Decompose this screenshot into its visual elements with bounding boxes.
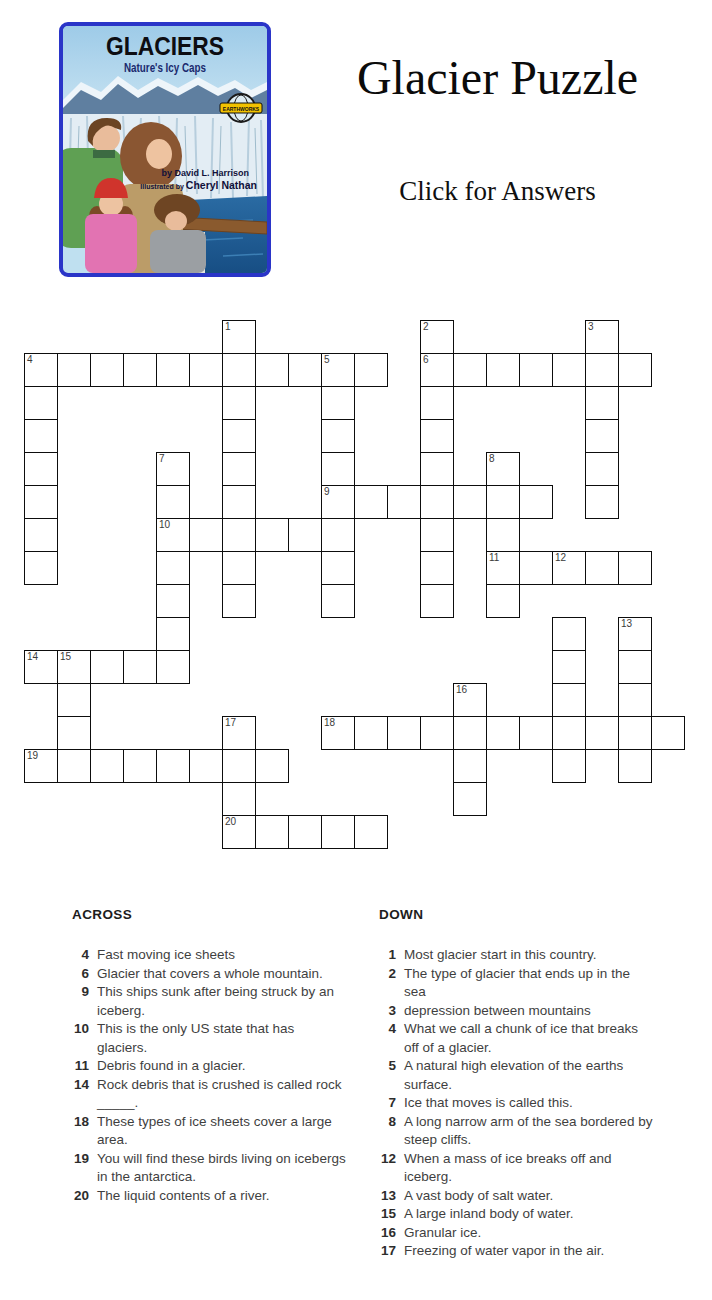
grid-cell-r1c2[interactable] <box>90 353 124 387</box>
clue-text: When a mass of ice breaks off and iceber… <box>404 1150 654 1187</box>
clue-text: A natural high elevation of the earths s… <box>404 1057 654 1094</box>
grid-cell-r1c4[interactable] <box>156 353 190 387</box>
grid-cell-r7c17[interactable] <box>585 551 619 585</box>
clue-text: What we call a chunk of ice that breaks … <box>404 1020 654 1057</box>
clue-text: Fast moving ice sheets <box>97 946 347 965</box>
grid-cell-r7c16[interactable]: 12 <box>552 551 586 585</box>
grid-cell-r6c5[interactable] <box>189 518 223 552</box>
cell-number-15: 15 <box>60 651 71 663</box>
grid-cell-r2c12[interactable] <box>420 386 454 420</box>
grid-cell-r5c15[interactable] <box>519 485 553 519</box>
grid-cell-r5c4[interactable] <box>156 485 190 519</box>
grid-cell-r12c19[interactable] <box>651 716 685 750</box>
grid-cell-r1c17[interactable] <box>585 353 619 387</box>
clue-number: 2 <box>368 965 396 984</box>
grid-cell-r13c18[interactable] <box>618 749 652 783</box>
grid-cell-r7c0[interactable] <box>24 551 58 585</box>
grid-cell-r11c1[interactable] <box>57 683 91 717</box>
cell-number-13: 13 <box>621 618 632 630</box>
clue-number: 12 <box>368 1150 396 1169</box>
grid-cell-r4c0[interactable] <box>24 452 58 486</box>
grid-cell-r4c4[interactable]: 7 <box>156 452 190 486</box>
grid-cell-r13c0[interactable]: 19 <box>24 749 58 783</box>
grid-cell-r1c13[interactable] <box>453 353 487 387</box>
grid-cell-r10c2[interactable] <box>90 650 124 684</box>
grid-cell-r7c4[interactable] <box>156 551 190 585</box>
across-clue-20: 20The liquid contents of a river. <box>61 1187 347 1206</box>
grid-cell-r1c8[interactable] <box>288 353 322 387</box>
down-clue-4: 4What we call a chunk of ice that breaks… <box>368 1020 654 1057</box>
grid-cell-r13c16[interactable] <box>552 749 586 783</box>
grid-cell-r10c18[interactable] <box>618 650 652 684</box>
grid-cell-r1c18[interactable] <box>618 353 652 387</box>
grid-cell-r5c13[interactable] <box>453 485 487 519</box>
grid-cell-r3c6[interactable] <box>222 419 256 453</box>
grid-cell-r11c18[interactable] <box>618 683 652 717</box>
grid-cell-r1c14[interactable] <box>486 353 520 387</box>
cell-number-11: 11 <box>489 552 499 564</box>
grid-cell-r11c16[interactable] <box>552 683 586 717</box>
clue-number: 17 <box>368 1242 396 1261</box>
grid-cell-r4c17[interactable] <box>585 452 619 486</box>
cell-number-2: 2 <box>423 321 429 333</box>
grid-cell-r6c14[interactable] <box>486 518 520 552</box>
clue-text: Ice that moves is called this. <box>404 1094 654 1113</box>
crossword-grid: 1234567891011121314151617181920 <box>24 320 685 849</box>
down-clue-12: 12When a mass of ice breaks off and iceb… <box>368 1150 654 1187</box>
grid-cell-r5c14[interactable] <box>486 485 520 519</box>
clue-text: A vast body of salt water. <box>404 1187 654 1206</box>
grid-cell-r5c0[interactable] <box>24 485 58 519</box>
clue-number: 8 <box>368 1113 396 1132</box>
grid-cell-r7c15[interactable] <box>519 551 553 585</box>
grid-cell-r6c6[interactable] <box>222 518 256 552</box>
down-heading: DOWN <box>379 907 654 923</box>
grid-cell-r2c9[interactable] <box>321 386 355 420</box>
across-clue-10: 10This is the only US state that has gla… <box>61 1020 347 1057</box>
across-clue-4: 4Fast moving ice sheets <box>61 946 347 965</box>
clue-text: A long narrow arm of the sea bordered by… <box>404 1113 654 1150</box>
grid-cell-r8c9[interactable] <box>321 584 355 618</box>
cell-number-20: 20 <box>225 816 236 828</box>
cover-subtitle: Nature's Icy Caps <box>124 61 206 75</box>
grid-cell-r12c12[interactable] <box>420 716 454 750</box>
grid-cell-r12c9[interactable]: 18 <box>321 716 355 750</box>
clue-text: Freezing of water vapor in the air. <box>404 1242 654 1261</box>
cover-author-credit: by David L. Harrison <box>161 168 249 178</box>
grid-cell-r8c14[interactable] <box>486 584 520 618</box>
grid-cell-r12c10[interactable] <box>354 716 388 750</box>
down-clue-3: 3depression between mountains <box>368 1002 654 1021</box>
grid-cell-r12c1[interactable] <box>57 716 91 750</box>
grid-cell-r5c12[interactable] <box>420 485 454 519</box>
grid-cell-r1c9[interactable]: 5 <box>321 353 355 387</box>
clue-number: 9 <box>61 983 89 1002</box>
clue-number: 4 <box>61 946 89 965</box>
grid-cell-r1c10[interactable] <box>354 353 388 387</box>
grid-cell-r1c1[interactable] <box>57 353 91 387</box>
grid-cell-r2c6[interactable] <box>222 386 256 420</box>
clue-number: 16 <box>368 1224 396 1243</box>
grid-cell-r12c14[interactable] <box>486 716 520 750</box>
grid-cell-r6c12[interactable] <box>420 518 454 552</box>
clue-text: Rock debris that is crushed is called ro… <box>97 1076 347 1113</box>
clue-text: Debris found in a glacier. <box>97 1057 347 1076</box>
down-clue-17: 17Freezing of water vapor in the air. <box>368 1242 654 1261</box>
clue-number: 4 <box>368 1020 396 1039</box>
grid-cell-r5c11[interactable] <box>387 485 421 519</box>
grid-cell-r13c2[interactable] <box>90 749 124 783</box>
grid-cell-r6c9[interactable] <box>321 518 355 552</box>
across-clue-6: 6Glacier that covers a whole mountain. <box>61 965 347 984</box>
grid-cell-r3c9[interactable] <box>321 419 355 453</box>
grid-cell-r0c12[interactable]: 2 <box>420 320 454 354</box>
down-clue-7: 7Ice that moves is called this. <box>368 1094 654 1113</box>
cell-number-1: 1 <box>225 321 231 333</box>
clue-number: 6 <box>61 965 89 984</box>
grid-cell-r7c12[interactable] <box>420 551 454 585</box>
down-clue-5: 5A natural high elevation of the earths … <box>368 1057 654 1094</box>
down-clue-15: 15A large inland body of water. <box>368 1205 654 1224</box>
grid-cell-r13c1[interactable] <box>57 749 91 783</box>
grid-cell-r3c0[interactable] <box>24 419 58 453</box>
grid-cell-r10c1[interactable]: 15 <box>57 650 91 684</box>
down-clue-8: 8A long narrow arm of the sea bordered b… <box>368 1113 654 1150</box>
grid-cell-r13c13[interactable] <box>453 749 487 783</box>
clue-number: 18 <box>61 1113 89 1132</box>
cell-number-8: 8 <box>489 453 495 465</box>
grid-cell-r5c10[interactable] <box>354 485 388 519</box>
clue-text: These types of ice sheets cover a large … <box>97 1113 347 1150</box>
grid-cell-r9c18[interactable]: 13 <box>618 617 652 651</box>
grid-cell-r1c15[interactable] <box>519 353 553 387</box>
cell-number-12: 12 <box>555 552 566 564</box>
grid-cell-r13c5[interactable] <box>189 749 223 783</box>
grid-cell-r0c17[interactable]: 3 <box>585 320 619 354</box>
cover-boy <box>150 194 206 273</box>
grid-cell-r6c8[interactable] <box>288 518 322 552</box>
grid-cell-r3c17[interactable] <box>585 419 619 453</box>
down-clue-2: 2The type of glacier that ends up in the… <box>368 965 654 1002</box>
grid-cell-r10c4[interactable] <box>156 650 190 684</box>
book-cover-art: EARTHWORKS GLACIERS Nature's Icy Caps by… <box>63 26 267 273</box>
grid-cell-r4c12[interactable] <box>420 452 454 486</box>
across-clue-19: 19You will find these birds living on ic… <box>61 1150 347 1187</box>
book-cover: EARTHWORKS GLACIERS Nature's Icy Caps by… <box>59 22 271 277</box>
grid-cell-r13c6[interactable] <box>222 749 256 783</box>
cell-number-18: 18 <box>324 717 335 729</box>
grid-cell-r15c7[interactable] <box>255 815 289 849</box>
down-clue-13: 13A vast body of salt water. <box>368 1187 654 1206</box>
cell-number-14: 14 <box>27 651 38 663</box>
clue-text: This ships sunk after being struck by an… <box>97 983 347 1020</box>
down-clue-16: 16Granular ice. <box>368 1224 654 1243</box>
grid-cell-r4c6[interactable] <box>222 452 256 486</box>
grid-cell-r0c6[interactable]: 1 <box>222 320 256 354</box>
clue-text: Glacier that covers a whole mountain. <box>97 965 347 984</box>
clue-text: Most glacier start in this country. <box>404 946 654 965</box>
grid-cell-r6c0[interactable] <box>24 518 58 552</box>
across-clue-14: 14Rock debris that is crushed is called … <box>61 1076 347 1113</box>
grid-cell-r14c6[interactable] <box>222 782 256 816</box>
down-clue-list: 1Most glacier start in this country.2The… <box>368 946 654 1261</box>
down-clue-1: 1Most glacier start in this country. <box>368 946 654 965</box>
clue-number: 20 <box>61 1187 89 1206</box>
grid-cell-r5c9[interactable]: 9 <box>321 485 355 519</box>
grid-cell-r4c14[interactable]: 8 <box>486 452 520 486</box>
grid-cell-r7c18[interactable] <box>618 551 652 585</box>
clue-text: A large inland body of water. <box>404 1205 654 1224</box>
grid-cell-r5c6[interactable] <box>222 485 256 519</box>
clue-number: 3 <box>368 1002 396 1021</box>
grid-cell-r12c18[interactable] <box>618 716 652 750</box>
grid-cell-r12c17[interactable] <box>585 716 619 750</box>
clue-number: 10 <box>61 1020 89 1039</box>
cell-number-10: 10 <box>159 519 170 531</box>
grid-cell-r7c6[interactable] <box>222 551 256 585</box>
clue-text: depression between mountains <box>404 1002 654 1021</box>
grid-cell-r5c17[interactable] <box>585 485 619 519</box>
grid-cell-r6c7[interactable] <box>255 518 289 552</box>
grid-cell-r2c17[interactable] <box>585 386 619 420</box>
cell-number-17: 17 <box>225 717 236 729</box>
across-clue-11: 11Debris found in a glacier. <box>61 1057 347 1076</box>
clue-text: The type of glacier that ends up in the … <box>404 965 654 1002</box>
grid-cell-r8c6[interactable] <box>222 584 256 618</box>
clue-number: 5 <box>368 1057 396 1076</box>
grid-cell-r1c0[interactable]: 4 <box>24 353 58 387</box>
badge-label: EARTHWORKS <box>223 106 260 112</box>
grid-cell-r13c3[interactable] <box>123 749 157 783</box>
clue-text: The liquid contents of a river. <box>97 1187 347 1206</box>
across-clue-9: 9This ships sunk after being struck by a… <box>61 983 347 1020</box>
grid-cell-r15c6[interactable]: 20 <box>222 815 256 849</box>
grid-cell-r12c11[interactable] <box>387 716 421 750</box>
grid-cell-r8c12[interactable] <box>420 584 454 618</box>
page-title: Glacier Puzzle <box>280 50 712 106</box>
grid-cell-r4c9[interactable] <box>321 452 355 486</box>
clue-number: 19 <box>61 1150 89 1169</box>
cover-title: GLACIERS <box>106 31 224 61</box>
clue-number: 7 <box>368 1094 396 1113</box>
grid-cell-r11c13[interactable]: 16 <box>453 683 487 717</box>
grid-cell-r15c10[interactable] <box>354 815 388 849</box>
cell-number-19: 19 <box>27 750 38 762</box>
grid-cell-r3c12[interactable] <box>420 419 454 453</box>
cell-number-3: 3 <box>588 321 594 333</box>
clue-text: Granular ice. <box>404 1224 654 1243</box>
clue-number: 15 <box>368 1205 396 1224</box>
grid-cell-r13c4[interactable] <box>156 749 190 783</box>
across-clue-list: 4Fast moving ice sheets6Glacier that cov… <box>61 946 347 1205</box>
grid-cell-r14c13[interactable] <box>453 782 487 816</box>
grid-cell-r12c6[interactable]: 17 <box>222 716 256 750</box>
grid-cell-r10c16[interactable] <box>552 650 586 684</box>
grid-cell-r12c15[interactable] <box>519 716 553 750</box>
cell-number-9: 9 <box>324 486 330 498</box>
cell-number-5: 5 <box>324 354 330 366</box>
grid-cell-r15c8[interactable] <box>288 815 322 849</box>
clue-number: 1 <box>368 946 396 965</box>
cell-number-7: 7 <box>159 453 165 465</box>
grid-cell-r12c16[interactable] <box>552 716 586 750</box>
grid-cell-r9c16[interactable] <box>552 617 586 651</box>
grid-cell-r9c4[interactable] <box>156 617 190 651</box>
grid-cell-r10c0[interactable]: 14 <box>24 650 58 684</box>
across-heading: ACROSS <box>72 907 347 923</box>
grid-cell-r1c12[interactable]: 6 <box>420 353 454 387</box>
down-clues-column: DOWN 1Most glacier start in this country… <box>368 907 654 1261</box>
cell-number-6: 6 <box>423 354 429 366</box>
clue-text: You will find these birds living on iceb… <box>97 1150 347 1187</box>
grid-cell-r7c14[interactable]: 11 <box>486 551 520 585</box>
grid-cell-r10c3[interactable] <box>123 650 157 684</box>
grid-cell-r1c16[interactable] <box>552 353 586 387</box>
grid-cell-r2c0[interactable] <box>24 386 58 420</box>
across-clues-column: ACROSS 4Fast moving ice sheets6Glacier t… <box>61 907 347 1205</box>
clue-text: This is the only US state that has glaci… <box>97 1020 347 1057</box>
cell-number-4: 4 <box>27 354 33 366</box>
grid-cell-r15c9[interactable] <box>321 815 355 849</box>
grid-cell-r1c5[interactable] <box>189 353 223 387</box>
clue-number: 13 <box>368 1187 396 1206</box>
grid-cell-r1c7[interactable] <box>255 353 289 387</box>
clue-number: 14 <box>61 1076 89 1095</box>
grid-cell-r1c6[interactable] <box>222 353 256 387</box>
grid-cell-r8c4[interactable] <box>156 584 190 618</box>
grid-cell-r1c3[interactable] <box>123 353 157 387</box>
cell-number-16: 16 <box>456 684 467 696</box>
across-clue-18: 18These types of ice sheets cover a larg… <box>61 1113 347 1150</box>
clue-number: 11 <box>61 1057 89 1076</box>
answers-link[interactable]: Click for Answers <box>280 176 712 207</box>
grid-cell-r12c13[interactable] <box>453 716 487 750</box>
grid-cell-r13c7[interactable] <box>255 749 289 783</box>
grid-cell-r6c4[interactable]: 10 <box>156 518 190 552</box>
grid-cell-r7c9[interactable] <box>321 551 355 585</box>
